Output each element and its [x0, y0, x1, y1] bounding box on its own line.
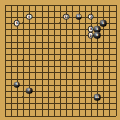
grid-line-horizontal — [5, 91, 116, 92]
grid-line-horizontal — [5, 85, 116, 86]
star-point — [22, 96, 24, 98]
grid-line-vertical — [109, 5, 110, 116]
grid-line-horizontal — [5, 79, 116, 80]
move-number: 2 — [90, 15, 92, 18]
black-stone-N17[interactable]: 13 — [75, 14, 82, 21]
move-number: 3 — [96, 28, 98, 31]
star-point — [96, 59, 98, 61]
grid-line-vertical — [91, 5, 92, 116]
grid-line-horizontal — [5, 109, 116, 110]
star-point — [96, 22, 98, 24]
white-stone-P14[interactable]: 10 — [88, 32, 95, 39]
white-stone-L17[interactable]: 12 — [63, 14, 70, 21]
grid-line-horizontal — [5, 103, 116, 104]
grid-line-horizontal — [5, 66, 116, 67]
grid-line-vertical — [72, 5, 73, 116]
grid-line-horizontal — [5, 116, 116, 117]
move-number: 11 — [95, 96, 99, 99]
move-number: 9 — [96, 34, 98, 37]
move-number: 6 — [16, 21, 18, 24]
black-stone-R16[interactable]: 1 — [100, 20, 107, 27]
move-number: 1 — [102, 22, 104, 25]
grid-line-horizontal — [5, 72, 116, 73]
grid-line-vertical — [85, 5, 86, 116]
black-stone-Q14[interactable]: 9 — [94, 32, 101, 39]
star-point — [22, 22, 24, 24]
grid-line-vertical — [66, 5, 67, 116]
move-number: 5 — [16, 83, 18, 86]
grid-line-vertical — [116, 5, 117, 116]
white-stone-P17[interactable]: 2 — [88, 14, 95, 21]
black-stone-Q4[interactable]: 11 — [94, 94, 101, 101]
white-stone-C16[interactable]: 6 — [14, 20, 21, 27]
star-point — [59, 22, 61, 24]
star-point — [59, 96, 61, 98]
move-number: 12 — [64, 15, 68, 18]
star-point — [59, 59, 61, 61]
move-number: 7 — [28, 89, 30, 92]
star-point — [22, 59, 24, 61]
go-board[interactable]: 12345678910111213 — [0, 0, 120, 120]
move-number: 8 — [90, 28, 92, 31]
black-stone-E5[interactable]: 7 — [26, 88, 33, 95]
black-stone-C6[interactable]: 5 — [14, 81, 21, 88]
grid-line-vertical — [79, 5, 80, 116]
white-stone-E17[interactable]: 4 — [26, 14, 33, 21]
move-number: 10 — [89, 34, 93, 37]
move-number: 4 — [28, 15, 30, 18]
move-number: 13 — [77, 15, 81, 18]
